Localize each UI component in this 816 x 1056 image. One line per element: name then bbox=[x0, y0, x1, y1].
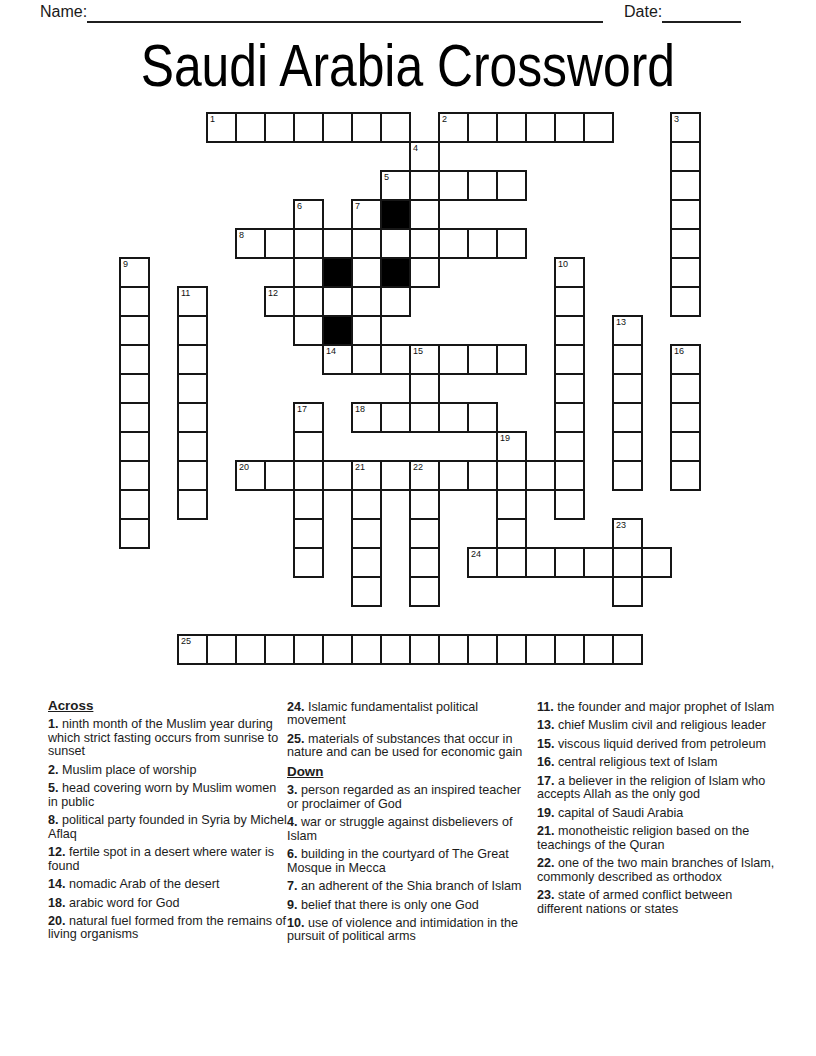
clue-number: 25 bbox=[181, 636, 191, 646]
grid-cell[interactable]: 5 bbox=[380, 170, 411, 201]
clue-num: 8. bbox=[48, 813, 59, 827]
grid-cell[interactable]: 21 bbox=[351, 460, 382, 491]
clue-num: 19. bbox=[537, 806, 555, 820]
grid-cell[interactable] bbox=[380, 402, 411, 433]
clue: 7. an adherent of the Shia branch of Isl… bbox=[287, 880, 528, 893]
grid-cell[interactable]: 24 bbox=[467, 547, 498, 578]
grid-cell[interactable] bbox=[467, 460, 498, 491]
crossword-grid: 1234567891011121314151617181920212223242… bbox=[119, 112, 703, 667]
grid-cell[interactable] bbox=[177, 402, 208, 433]
grid-cell[interactable] bbox=[380, 344, 411, 375]
grid-cell[interactable]: 3 bbox=[670, 112, 701, 143]
grid-cell[interactable] bbox=[293, 547, 324, 578]
clue-column-across: Across1. ninth month of the Muslim year … bbox=[48, 699, 289, 947]
grid-cell[interactable] bbox=[670, 373, 701, 404]
clue-number: 20 bbox=[239, 462, 249, 472]
grid-cell[interactable] bbox=[119, 489, 150, 520]
grid-cell[interactable] bbox=[177, 489, 208, 520]
clue-number: 12 bbox=[268, 288, 278, 298]
grid-cell[interactable] bbox=[119, 460, 150, 491]
clue-column-right: 11. the founder and major prophet of Isl… bbox=[537, 701, 778, 921]
grid-cell[interactable] bbox=[670, 199, 701, 230]
blocked-cell bbox=[380, 199, 411, 230]
grid-cell[interactable]: 2 bbox=[438, 112, 469, 143]
grid-cell[interactable] bbox=[177, 431, 208, 462]
grid-cell[interactable] bbox=[525, 460, 556, 491]
grid-cell[interactable] bbox=[670, 431, 701, 462]
grid-cell[interactable] bbox=[293, 286, 324, 317]
grid-cell[interactable] bbox=[467, 228, 498, 259]
clue-number: 6 bbox=[297, 201, 302, 211]
grid-cell[interactable] bbox=[380, 286, 411, 317]
grid-cell[interactable]: 19 bbox=[496, 431, 527, 462]
clue-number: 8 bbox=[239, 230, 244, 240]
clue-number: 19 bbox=[500, 433, 510, 443]
grid-cell[interactable] bbox=[554, 286, 585, 317]
grid-cell[interactable] bbox=[119, 518, 150, 549]
grid-cell[interactable] bbox=[351, 112, 382, 143]
clue-number: 13 bbox=[616, 317, 626, 327]
grid-cell[interactable] bbox=[496, 547, 527, 578]
grid-cell[interactable] bbox=[612, 373, 643, 404]
clue-num: 1. bbox=[48, 717, 59, 731]
clue: 13. chief Muslim civil and religious lea… bbox=[537, 719, 778, 732]
clue-list-header: Across bbox=[48, 699, 289, 713]
grid-cell[interactable]: 25 bbox=[177, 634, 208, 665]
grid-cell[interactable] bbox=[554, 460, 585, 491]
grid-cell[interactable] bbox=[351, 344, 382, 375]
grid-cell[interactable] bbox=[293, 315, 324, 346]
grid-cell[interactable] bbox=[293, 257, 324, 288]
clue: 8. political party founded in Syria by M… bbox=[48, 814, 289, 841]
worksheet-page: { "game": "crossword", "title": "Saudi A… bbox=[0, 0, 816, 1056]
clue-num: 7. bbox=[287, 879, 298, 893]
grid-cell[interactable]: 18 bbox=[351, 402, 382, 433]
clue-number: 4 bbox=[413, 143, 418, 153]
clue-num: 13. bbox=[537, 718, 555, 732]
grid-cell[interactable] bbox=[322, 634, 353, 665]
grid-cell[interactable] bbox=[235, 634, 266, 665]
clue-number: 9 bbox=[123, 259, 128, 269]
grid-cell[interactable] bbox=[612, 634, 643, 665]
grid-cell[interactable] bbox=[670, 141, 701, 172]
grid-cell[interactable] bbox=[351, 518, 382, 549]
clue-number: 10 bbox=[558, 259, 568, 269]
grid-cell[interactable]: 13 bbox=[612, 315, 643, 346]
grid-cell[interactable] bbox=[409, 576, 440, 607]
clue-num: 12. bbox=[48, 845, 66, 859]
grid-cell[interactable] bbox=[322, 112, 353, 143]
clue: 22. one of the two main branches of Isla… bbox=[537, 857, 778, 884]
clue-number: 14 bbox=[326, 346, 336, 356]
grid-cell[interactable] bbox=[612, 431, 643, 462]
clue-num: 23. bbox=[537, 888, 555, 902]
grid-cell[interactable] bbox=[670, 286, 701, 317]
clue-num: 10. bbox=[287, 916, 305, 930]
clue-num: 25. bbox=[287, 732, 305, 746]
grid-cell[interactable] bbox=[264, 634, 295, 665]
grid-cell[interactable]: 1 bbox=[206, 112, 237, 143]
grid-cell[interactable] bbox=[409, 634, 440, 665]
grid-cell[interactable] bbox=[264, 228, 295, 259]
blocked-cell bbox=[380, 257, 411, 288]
grid-cell[interactable]: 16 bbox=[670, 344, 701, 375]
grid-cell[interactable] bbox=[119, 315, 150, 346]
date-input-line[interactable] bbox=[662, 2, 741, 23]
clue-number: 16 bbox=[674, 346, 684, 356]
grid-cell[interactable] bbox=[496, 112, 527, 143]
page-title: Saudi Arabia Crossword bbox=[141, 36, 675, 96]
grid-cell[interactable] bbox=[554, 402, 585, 433]
clue: 24. Islamic fundamentalist political mov… bbox=[287, 701, 528, 728]
grid-cell[interactable] bbox=[583, 112, 614, 143]
grid-cell[interactable] bbox=[409, 199, 440, 230]
clue-number: 18 bbox=[355, 404, 365, 414]
grid-cell[interactable] bbox=[293, 431, 324, 462]
grid-cell[interactable] bbox=[554, 634, 585, 665]
grid-cell[interactable] bbox=[670, 228, 701, 259]
clue-num: 6. bbox=[287, 847, 298, 861]
clue-number: 23 bbox=[616, 520, 626, 530]
grid-cell[interactable] bbox=[293, 489, 324, 520]
grid-cell[interactable] bbox=[670, 257, 701, 288]
grid-cell[interactable] bbox=[554, 344, 585, 375]
grid-cell[interactable] bbox=[119, 402, 150, 433]
clue-number: 11 bbox=[181, 288, 190, 298]
grid-cell[interactable]: 4 bbox=[409, 141, 440, 172]
clue-number: 7 bbox=[355, 201, 360, 211]
date-label: Date: bbox=[624, 3, 662, 21]
clue-number: 15 bbox=[413, 346, 423, 356]
grid-cell[interactable] bbox=[177, 315, 208, 346]
clue: 16. central religious text of Islam bbox=[537, 756, 778, 769]
clue-number: 2 bbox=[442, 114, 447, 124]
clue-num: 4. bbox=[287, 815, 298, 829]
grid-cell[interactable] bbox=[554, 373, 585, 404]
grid-cell[interactable] bbox=[206, 634, 237, 665]
grid-cell[interactable] bbox=[554, 112, 585, 143]
grid-cell[interactable] bbox=[467, 402, 498, 433]
grid-cell[interactable] bbox=[380, 112, 411, 143]
grid-cell[interactable] bbox=[177, 373, 208, 404]
clue: 6. building in the courtyard of The Grea… bbox=[287, 848, 528, 875]
grid-cell[interactable] bbox=[496, 228, 527, 259]
clue-num: 21. bbox=[537, 824, 555, 838]
grid-cell[interactable]: 6 bbox=[293, 199, 324, 230]
clue-num: 22. bbox=[537, 856, 555, 870]
name-input-line[interactable] bbox=[87, 2, 603, 23]
clue-number: 22 bbox=[413, 462, 423, 472]
grid-cell[interactable] bbox=[380, 228, 411, 259]
title-wrap: Saudi Arabia Crossword bbox=[0, 36, 816, 96]
clue-num: 9. bbox=[287, 898, 298, 912]
clue-number: 1 bbox=[210, 114, 215, 124]
grid-cell[interactable] bbox=[612, 547, 643, 578]
grid-cell[interactable] bbox=[670, 402, 701, 433]
grid-cell[interactable] bbox=[119, 431, 150, 462]
clue-num: 24. bbox=[287, 700, 305, 714]
grid-cell[interactable] bbox=[496, 489, 527, 520]
grid-cell[interactable] bbox=[293, 228, 324, 259]
clue: 19. capital of Saudi Arabia bbox=[537, 807, 778, 820]
clue: 21. monotheistic religion based on the t… bbox=[537, 825, 778, 852]
clue-number: 21 bbox=[355, 462, 365, 472]
grid-cell[interactable]: 17 bbox=[293, 402, 324, 433]
grid-cell[interactable]: 22 bbox=[409, 460, 440, 491]
blocked-cell bbox=[322, 315, 353, 346]
grid-cell[interactable] bbox=[351, 315, 382, 346]
grid-cell[interactable] bbox=[409, 373, 440, 404]
clue-num: 16. bbox=[537, 755, 555, 769]
grid-cell[interactable] bbox=[496, 518, 527, 549]
grid-cell[interactable] bbox=[380, 460, 411, 491]
grid-cell[interactable] bbox=[496, 344, 527, 375]
grid-cell[interactable] bbox=[409, 228, 440, 259]
grid-cell[interactable] bbox=[438, 460, 469, 491]
grid-cell[interactable] bbox=[496, 634, 527, 665]
clue-number: 3 bbox=[674, 114, 679, 124]
clue: 15. viscous liquid derived from petroleu… bbox=[537, 738, 778, 751]
grid-cell[interactable] bbox=[351, 576, 382, 607]
clue-num: 17. bbox=[537, 774, 555, 788]
clue-num: 5. bbox=[48, 781, 59, 795]
grid-cell[interactable] bbox=[612, 460, 643, 491]
grid-cell[interactable] bbox=[119, 286, 150, 317]
clue: 3. person regarded as an inspired teache… bbox=[287, 784, 528, 811]
grid-cell[interactable] bbox=[409, 170, 440, 201]
grid-cell[interactable] bbox=[496, 170, 527, 201]
blocked-cell bbox=[322, 257, 353, 288]
grid-cell[interactable] bbox=[119, 373, 150, 404]
grid-cell[interactable] bbox=[554, 431, 585, 462]
grid-cell[interactable] bbox=[322, 286, 353, 317]
clue-number: 5 bbox=[384, 172, 389, 182]
clue: 4. war or struggle against disbelievers … bbox=[287, 816, 528, 843]
grid-cell[interactable] bbox=[525, 112, 556, 143]
grid-cell[interactable] bbox=[641, 547, 672, 578]
grid-cell[interactable] bbox=[119, 344, 150, 375]
grid-cell[interactable] bbox=[467, 170, 498, 201]
grid-cell[interactable] bbox=[293, 112, 324, 143]
grid-cell[interactable] bbox=[264, 460, 295, 491]
grid-cell[interactable] bbox=[409, 518, 440, 549]
clue-number: 17 bbox=[297, 404, 307, 414]
grid-cell[interactable] bbox=[293, 460, 324, 491]
grid-cell[interactable] bbox=[351, 547, 382, 578]
clue-num: 15. bbox=[537, 737, 555, 751]
grid-cell[interactable] bbox=[409, 489, 440, 520]
grid-cell[interactable] bbox=[235, 112, 266, 143]
grid-cell[interactable] bbox=[525, 634, 556, 665]
grid-cell[interactable] bbox=[293, 634, 324, 665]
grid-cell[interactable] bbox=[322, 228, 353, 259]
clue: 18. arabic word for God bbox=[48, 897, 289, 910]
grid-cell[interactable]: 10 bbox=[554, 257, 585, 288]
grid-cell[interactable] bbox=[177, 460, 208, 491]
clue: 12. fertile spot in a desert where water… bbox=[48, 846, 289, 873]
grid-cell[interactable] bbox=[322, 460, 353, 491]
clue: 11. the founder and major prophet of Isl… bbox=[537, 701, 778, 714]
clue: 20. natural fuel formed from the remains… bbox=[48, 915, 289, 942]
grid-cell[interactable]: 23 bbox=[612, 518, 643, 549]
grid-cell[interactable]: 20 bbox=[235, 460, 266, 491]
grid-cell[interactable] bbox=[670, 460, 701, 491]
grid-cell[interactable] bbox=[554, 547, 585, 578]
grid-cell[interactable] bbox=[351, 257, 382, 288]
grid-cell[interactable] bbox=[554, 489, 585, 520]
clue-num: 11. bbox=[537, 700, 554, 714]
clue-num: 3. bbox=[287, 783, 298, 797]
grid-cell[interactable] bbox=[467, 634, 498, 665]
grid-cell[interactable] bbox=[583, 634, 614, 665]
clue: 25. materials of substances that occur i… bbox=[287, 733, 528, 760]
clue-list-header: Down bbox=[287, 765, 528, 779]
grid-cell[interactable] bbox=[438, 228, 469, 259]
grid-cell[interactable] bbox=[438, 344, 469, 375]
grid-cell[interactable] bbox=[554, 315, 585, 346]
clue: 5. head covering worn by Muslim women in… bbox=[48, 782, 289, 809]
grid-cell[interactable] bbox=[177, 344, 208, 375]
clue-num: 18. bbox=[48, 896, 66, 910]
grid-cell[interactable] bbox=[409, 257, 440, 288]
grid-cell[interactable] bbox=[525, 547, 556, 578]
grid-cell[interactable]: 8 bbox=[235, 228, 266, 259]
grid-cell[interactable] bbox=[583, 547, 614, 578]
grid-cell[interactable] bbox=[612, 576, 643, 607]
grid-cell[interactable]: 15 bbox=[409, 344, 440, 375]
clue: 17. a believer in the religion of Islam … bbox=[537, 775, 778, 802]
grid-cell[interactable]: 11 bbox=[177, 286, 208, 317]
grid-cell[interactable] bbox=[293, 518, 324, 549]
grid-cell[interactable] bbox=[612, 402, 643, 433]
grid-cell[interactable]: 12 bbox=[264, 286, 295, 317]
grid-cell[interactable] bbox=[351, 634, 382, 665]
clue: 14. nomadic Arab of the desert bbox=[48, 878, 289, 891]
grid-cell[interactable] bbox=[438, 634, 469, 665]
name-label: Name: bbox=[40, 3, 87, 21]
grid-cell[interactable] bbox=[467, 344, 498, 375]
grid-cell[interactable] bbox=[467, 112, 498, 143]
clue: 2. Muslim place of worship bbox=[48, 764, 289, 777]
clue-num: 14. bbox=[48, 877, 66, 891]
clue-number: 24 bbox=[471, 549, 481, 559]
clue: 1. ninth month of the Muslim year during… bbox=[48, 718, 289, 758]
grid-cell[interactable] bbox=[496, 460, 527, 491]
grid-cell[interactable] bbox=[612, 344, 643, 375]
grid-cell[interactable]: 9 bbox=[119, 257, 150, 288]
grid-cell[interactable]: 14 bbox=[322, 344, 353, 375]
clue-column-middle: 24. Islamic fundamentalist political mov… bbox=[287, 701, 528, 949]
grid-cell[interactable] bbox=[409, 547, 440, 578]
grid-cell[interactable] bbox=[380, 634, 411, 665]
grid-cell[interactable] bbox=[351, 228, 382, 259]
clue-num: 20. bbox=[48, 914, 66, 928]
grid-cell[interactable] bbox=[264, 112, 295, 143]
grid-cell[interactable] bbox=[351, 286, 382, 317]
clue: 9. belief that there is only one God bbox=[287, 899, 528, 912]
grid-cell[interactable] bbox=[409, 402, 440, 433]
grid-cell[interactable] bbox=[351, 489, 382, 520]
grid-cell[interactable]: 7 bbox=[351, 199, 382, 230]
grid-cell[interactable] bbox=[438, 170, 469, 201]
clue-num: 2. bbox=[48, 763, 59, 777]
clue: 23. state of armed conflict between diff… bbox=[537, 889, 778, 916]
grid-cell[interactable] bbox=[438, 402, 469, 433]
grid-cell[interactable] bbox=[670, 170, 701, 201]
clue: 10. use of violence and intimidation in … bbox=[287, 917, 528, 944]
